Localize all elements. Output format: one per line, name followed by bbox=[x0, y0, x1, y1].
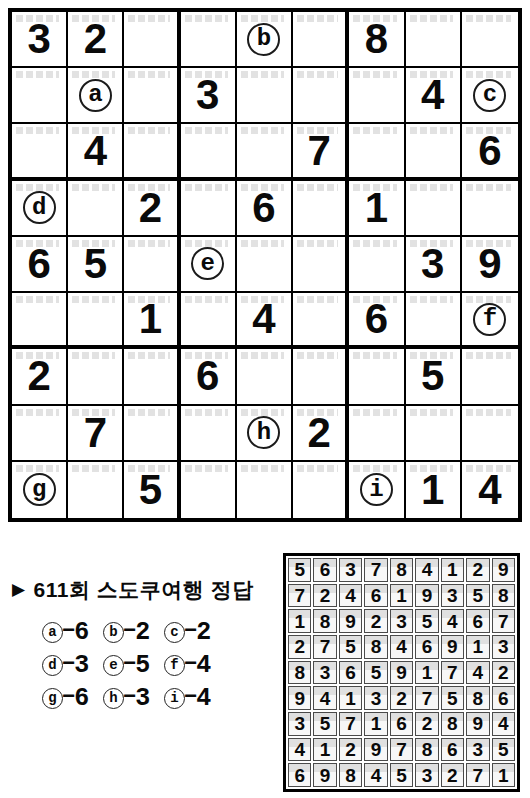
puzzle-cell-r6c7: 6 bbox=[349, 293, 405, 349]
puzzle-cell-r9c3: 5 bbox=[124, 462, 180, 518]
circled-letter-e: e bbox=[103, 655, 124, 676]
answer-value: 2 bbox=[196, 620, 211, 645]
puzzle-cell-r4c3: 2 bbox=[124, 181, 180, 237]
solution-cell-r6c7: 5 bbox=[441, 686, 464, 710]
puzzle-cell-r2c8: 4 bbox=[406, 68, 462, 124]
solution-cell-r7c3: 7 bbox=[339, 712, 362, 736]
solution-cell-r9c3: 8 bbox=[339, 763, 362, 787]
puzzle-cell-r3c7 bbox=[349, 124, 405, 180]
puzzle-cell-r6c8 bbox=[406, 293, 462, 349]
solution-cell-r2c3: 4 bbox=[339, 584, 362, 608]
circled-letter-h: h bbox=[103, 688, 124, 709]
solution-cell-r3c1: 1 bbox=[288, 609, 311, 633]
circled-letter-c: c bbox=[164, 622, 185, 643]
solution-cell-r4c6: 6 bbox=[415, 635, 438, 659]
solution-cell-r5c1: 8 bbox=[288, 661, 311, 685]
solution-cell-r8c1: 4 bbox=[288, 738, 311, 762]
puzzle-cell-r8c4 bbox=[181, 406, 237, 462]
puzzle-given-number: 1 bbox=[365, 187, 388, 229]
puzzle-cell-r4c1: d bbox=[12, 181, 68, 237]
solution-cell-r6c3: 1 bbox=[339, 686, 362, 710]
puzzle-cell-r7c1: 2 bbox=[12, 349, 68, 405]
solution-cell-r9c8: 7 bbox=[466, 763, 489, 787]
puzzle-cell-r9c7: i bbox=[349, 462, 405, 518]
puzzle-cell-r7c9 bbox=[462, 349, 518, 405]
solution-cell-r6c9: 6 bbox=[492, 686, 515, 710]
solution-cell-r8c7: 6 bbox=[441, 738, 464, 762]
puzzle-given-number: 5 bbox=[421, 355, 444, 397]
puzzle-cell-r9c8: 1 bbox=[406, 462, 462, 518]
solution-cell-r9c6: 3 bbox=[415, 763, 438, 787]
puzzle-cell-r8c8 bbox=[406, 406, 462, 462]
puzzle-cell-r1c6 bbox=[293, 12, 349, 68]
solution-cell-r7c6: 2 bbox=[415, 712, 438, 736]
puzzle-cell-r1c5: b bbox=[237, 12, 293, 68]
puzzle-cell-r8c5: h bbox=[237, 406, 293, 462]
puzzle-cell-r2c2: a bbox=[68, 68, 124, 124]
puzzle-cell-r6c2 bbox=[68, 293, 124, 349]
puzzle-given-number: 4 bbox=[252, 298, 275, 340]
puzzle-given-number: 7 bbox=[308, 130, 331, 172]
puzzle-given-number: 4 bbox=[84, 130, 107, 172]
solution-cell-r1c2: 6 bbox=[313, 558, 336, 582]
puzzle-given-number: 8 bbox=[365, 18, 388, 60]
puzzle-cell-r4c6 bbox=[293, 181, 349, 237]
circled-letter-h: h bbox=[247, 416, 280, 449]
solution-cell-r2c5: 1 bbox=[390, 584, 413, 608]
solution-cell-r8c6: 8 bbox=[415, 738, 438, 762]
answer-pair-b: b−2 bbox=[103, 619, 164, 645]
puzzle-cell-r7c7 bbox=[349, 349, 405, 405]
solution-cell-r5c9: 2 bbox=[492, 661, 515, 685]
solution-cell-r4c3: 5 bbox=[339, 635, 362, 659]
puzzle-cell-r4c9 bbox=[462, 181, 518, 237]
puzzle-cell-r6c9: f bbox=[462, 293, 518, 349]
puzzle-given-number: 9 bbox=[478, 243, 501, 285]
solution-cell-r8c3: 2 bbox=[339, 738, 362, 762]
solution-cell-r3c6: 5 bbox=[415, 609, 438, 633]
puzzle-given-number: 5 bbox=[139, 469, 162, 511]
puzzle-given-number: 6 bbox=[27, 243, 50, 285]
solution-cell-r7c4: 1 bbox=[364, 712, 387, 736]
circled-letter-a: a bbox=[42, 622, 63, 643]
answer-pair-g: g−6 bbox=[42, 685, 103, 711]
solution-cell-r3c8: 6 bbox=[466, 609, 489, 633]
solution-cell-r7c8: 9 bbox=[466, 712, 489, 736]
puzzle-given-number: 6 bbox=[252, 187, 275, 229]
solution-cell-r9c4: 4 bbox=[364, 763, 387, 787]
puzzle-cell-r5c3 bbox=[124, 237, 180, 293]
puzzle-cell-r1c4 bbox=[181, 12, 237, 68]
puzzle-cell-r3c9: 6 bbox=[462, 124, 518, 180]
answer-pair-f: f−4 bbox=[164, 652, 225, 678]
circled-letter-f: f bbox=[473, 303, 506, 336]
puzzle-cell-r1c1: 3 bbox=[12, 12, 68, 68]
puzzle-cell-r4c7: 1 bbox=[349, 181, 405, 237]
answer-pair-h: h−3 bbox=[103, 685, 164, 711]
puzzle-cell-r2c6 bbox=[293, 68, 349, 124]
puzzle-cell-r4c4 bbox=[181, 181, 237, 237]
puzzle-given-number: 6 bbox=[365, 298, 388, 340]
circled-letter-e: e bbox=[191, 247, 224, 280]
solution-cell-r5c7: 7 bbox=[441, 661, 464, 685]
puzzle-cell-r6c5: 4 bbox=[237, 293, 293, 349]
puzzle-cell-r9c6 bbox=[293, 462, 349, 518]
puzzle-given-number: 2 bbox=[308, 412, 331, 454]
puzzle-cell-r8c2: 7 bbox=[68, 406, 124, 462]
solution-cell-r6c2: 4 bbox=[313, 686, 336, 710]
sudoku-solution-grid: 5637841297246193581892354672758469138365… bbox=[283, 553, 520, 792]
circled-letter-g: g bbox=[42, 688, 63, 709]
solution-cell-r8c4: 9 bbox=[364, 738, 387, 762]
puzzle-cell-r8c9 bbox=[462, 406, 518, 462]
puzzle-cell-r7c8: 5 bbox=[406, 349, 462, 405]
circled-letter-d: d bbox=[42, 655, 63, 676]
puzzle-cell-r1c3 bbox=[124, 12, 180, 68]
answer-value: 4 bbox=[196, 686, 211, 711]
answer-pair-d: d−3 bbox=[42, 652, 103, 678]
solution-cell-r3c3: 9 bbox=[339, 609, 362, 633]
solution-cell-r4c5: 4 bbox=[390, 635, 413, 659]
answer-pair-e: e−5 bbox=[103, 652, 164, 678]
puzzle-given-number: 3 bbox=[196, 74, 219, 116]
solution-cell-r1c1: 5 bbox=[288, 558, 311, 582]
solution-cell-r4c4: 8 bbox=[364, 635, 387, 659]
puzzle-given-number: 6 bbox=[196, 355, 219, 397]
puzzle-cell-r5c7 bbox=[349, 237, 405, 293]
puzzle-cell-r8c1 bbox=[12, 406, 68, 462]
puzzle-cell-r1c8 bbox=[406, 12, 462, 68]
circled-letter-b: b bbox=[103, 622, 124, 643]
solution-cell-r7c9: 4 bbox=[492, 712, 515, 736]
solution-cell-r9c1: 6 bbox=[288, 763, 311, 787]
puzzle-given-number: 2 bbox=[84, 18, 107, 60]
puzzle-cell-r8c3 bbox=[124, 406, 180, 462]
solution-cell-r5c4: 5 bbox=[364, 661, 387, 685]
solution-cell-r9c5: 5 bbox=[390, 763, 413, 787]
puzzle-cell-r8c7 bbox=[349, 406, 405, 462]
solution-cell-r7c5: 6 bbox=[390, 712, 413, 736]
solution-cell-r1c6: 4 bbox=[415, 558, 438, 582]
solution-cell-r7c2: 5 bbox=[313, 712, 336, 736]
solution-cell-r8c2: 1 bbox=[313, 738, 336, 762]
puzzle-cell-r3c6: 7 bbox=[293, 124, 349, 180]
puzzle-cell-r2c3 bbox=[124, 68, 180, 124]
solution-cell-r5c8: 4 bbox=[466, 661, 489, 685]
puzzle-cell-r5c5 bbox=[237, 237, 293, 293]
solution-cell-r5c3: 6 bbox=[339, 661, 362, 685]
puzzle-cell-r9c2 bbox=[68, 462, 124, 518]
solution-cell-r2c6: 9 bbox=[415, 584, 438, 608]
puzzle-given-number: 4 bbox=[478, 469, 501, 511]
puzzle-given-number: 3 bbox=[421, 243, 444, 285]
solution-cell-r1c8: 2 bbox=[466, 558, 489, 582]
puzzle-given-number: 1 bbox=[139, 298, 162, 340]
answer-value: 4 bbox=[196, 653, 211, 678]
solution-cell-r2c9: 8 bbox=[492, 584, 515, 608]
solution-cell-r8c5: 7 bbox=[390, 738, 413, 762]
circled-letter-i: i bbox=[360, 473, 393, 506]
solution-cell-r1c3: 3 bbox=[339, 558, 362, 582]
circled-letter-f: f bbox=[164, 655, 185, 676]
solution-cell-r6c4: 3 bbox=[364, 686, 387, 710]
puzzle-given-number: 2 bbox=[27, 355, 50, 397]
puzzle-cell-r2c4: 3 bbox=[181, 68, 237, 124]
puzzle-cell-r8c6: 2 bbox=[293, 406, 349, 462]
solution-cell-r7c1: 3 bbox=[288, 712, 311, 736]
puzzle-cell-r4c5: 6 bbox=[237, 181, 293, 237]
solution-cell-r5c5: 9 bbox=[390, 661, 413, 685]
answer-value: 3 bbox=[135, 686, 150, 711]
letter-answer-list: a−6b−2c−2d−3e−5f−4g−6h−3i−4 bbox=[42, 619, 225, 711]
solution-cell-r8c9: 5 bbox=[492, 738, 515, 762]
puzzle-cell-r7c6 bbox=[293, 349, 349, 405]
puzzle-cell-r1c7: 8 bbox=[349, 12, 405, 68]
puzzle-cell-r5c2: 5 bbox=[68, 237, 124, 293]
solution-cell-r9c2: 9 bbox=[313, 763, 336, 787]
puzzle-cell-r4c2 bbox=[68, 181, 124, 237]
answer-pair-i: i−4 bbox=[164, 685, 225, 711]
circled-letter-d: d bbox=[23, 191, 56, 224]
puzzle-given-number: 4 bbox=[421, 74, 444, 116]
puzzle-cell-r5c9: 9 bbox=[462, 237, 518, 293]
puzzle-cell-r2c1 bbox=[12, 68, 68, 124]
answer-heading: ▶ 611회 스도쿠여행 정답 bbox=[12, 579, 254, 600]
puzzle-cell-r7c4: 6 bbox=[181, 349, 237, 405]
solution-cell-r4c1: 2 bbox=[288, 635, 311, 659]
puzzle-cell-r3c3 bbox=[124, 124, 180, 180]
puzzle-given-number: 3 bbox=[27, 18, 50, 60]
puzzle-given-number: 1 bbox=[421, 469, 444, 511]
solution-cell-r4c9: 3 bbox=[492, 635, 515, 659]
answer-value: 6 bbox=[74, 686, 89, 711]
solution-cell-r3c9: 7 bbox=[492, 609, 515, 633]
puzzle-cell-r6c3: 1 bbox=[124, 293, 180, 349]
solution-cell-r5c2: 3 bbox=[313, 661, 336, 685]
sudoku-newspaper-clipping: 32b8a34c476d26165e39146f2657h2g5i14 ▶ 61… bbox=[0, 0, 530, 798]
puzzle-cell-r9c1: g bbox=[12, 462, 68, 518]
puzzle-cell-r5c4: e bbox=[181, 237, 237, 293]
right-triangle-icon: ▶ bbox=[12, 581, 26, 598]
solution-cell-r4c8: 1 bbox=[466, 635, 489, 659]
solution-cell-r2c4: 6 bbox=[364, 584, 387, 608]
puzzle-cell-r3c8 bbox=[406, 124, 462, 180]
solution-cell-r6c6: 7 bbox=[415, 686, 438, 710]
solution-cell-r2c1: 7 bbox=[288, 584, 311, 608]
puzzle-cell-r3c5 bbox=[237, 124, 293, 180]
solution-cell-r8c8: 3 bbox=[466, 738, 489, 762]
puzzle-cell-r3c2: 4 bbox=[68, 124, 124, 180]
puzzle-cell-r3c1 bbox=[12, 124, 68, 180]
sudoku-puzzle-grid: 32b8a34c476d26165e39146f2657h2g5i14 bbox=[8, 8, 522, 522]
answer-pair-c: c−2 bbox=[164, 619, 225, 645]
circled-letter-g: g bbox=[23, 473, 56, 506]
solution-cell-r1c7: 1 bbox=[441, 558, 464, 582]
puzzle-cell-r4c8 bbox=[406, 181, 462, 237]
circled-letter-c: c bbox=[473, 79, 506, 112]
puzzle-cell-r9c9: 4 bbox=[462, 462, 518, 518]
puzzle-cell-r3c4 bbox=[181, 124, 237, 180]
solution-cell-r1c5: 8 bbox=[390, 558, 413, 582]
answer-heading-text: 611회 스도쿠여행 정답 bbox=[34, 579, 254, 600]
solution-cell-r3c2: 8 bbox=[313, 609, 336, 633]
solution-cell-r6c8: 8 bbox=[466, 686, 489, 710]
solution-cell-r6c5: 2 bbox=[390, 686, 413, 710]
solution-cell-r3c7: 4 bbox=[441, 609, 464, 633]
solution-cell-r9c7: 2 bbox=[441, 763, 464, 787]
puzzle-given-number: 2 bbox=[139, 187, 162, 229]
puzzle-cell-r9c5 bbox=[237, 462, 293, 518]
solution-cell-r9c9: 1 bbox=[492, 763, 515, 787]
puzzle-given-number: 5 bbox=[84, 243, 107, 285]
puzzle-cell-r5c1: 6 bbox=[12, 237, 68, 293]
answer-value: 3 bbox=[74, 653, 89, 678]
puzzle-cell-r2c5 bbox=[237, 68, 293, 124]
solution-cell-r1c9: 9 bbox=[492, 558, 515, 582]
answer-value: 6 bbox=[74, 620, 89, 645]
solution-cell-r1c4: 7 bbox=[364, 558, 387, 582]
puzzle-cell-r6c4 bbox=[181, 293, 237, 349]
puzzle-cell-r7c2 bbox=[68, 349, 124, 405]
solution-cell-r2c2: 2 bbox=[313, 584, 336, 608]
puzzle-cell-r2c9: c bbox=[462, 68, 518, 124]
puzzle-given-number: 7 bbox=[84, 412, 107, 454]
answer-pair-a: a−6 bbox=[42, 619, 103, 645]
solution-cell-r5c6: 1 bbox=[415, 661, 438, 685]
puzzle-cell-r6c1 bbox=[12, 293, 68, 349]
solution-cell-r4c7: 9 bbox=[441, 635, 464, 659]
solution-cell-r3c5: 3 bbox=[390, 609, 413, 633]
circled-letter-a: a bbox=[79, 79, 112, 112]
puzzle-cell-r5c6 bbox=[293, 237, 349, 293]
solution-cell-r4c2: 7 bbox=[313, 635, 336, 659]
puzzle-cell-r5c8: 3 bbox=[406, 237, 462, 293]
circled-letter-i: i bbox=[164, 688, 185, 709]
puzzle-cell-r1c2: 2 bbox=[68, 12, 124, 68]
answer-value: 2 bbox=[135, 620, 150, 645]
puzzle-cell-r7c3 bbox=[124, 349, 180, 405]
answer-value: 5 bbox=[135, 653, 150, 678]
solution-cell-r2c7: 3 bbox=[441, 584, 464, 608]
puzzle-cell-r1c9 bbox=[462, 12, 518, 68]
puzzle-cell-r7c5 bbox=[237, 349, 293, 405]
solution-cell-r2c8: 5 bbox=[466, 584, 489, 608]
puzzle-cell-r2c7 bbox=[349, 68, 405, 124]
circled-letter-b: b bbox=[247, 23, 280, 56]
solution-cell-r6c1: 9 bbox=[288, 686, 311, 710]
solution-cell-r3c4: 2 bbox=[364, 609, 387, 633]
puzzle-cell-r6c6 bbox=[293, 293, 349, 349]
solution-cell-r7c7: 8 bbox=[441, 712, 464, 736]
puzzle-cell-r9c4 bbox=[181, 462, 237, 518]
puzzle-given-number: 6 bbox=[478, 130, 501, 172]
